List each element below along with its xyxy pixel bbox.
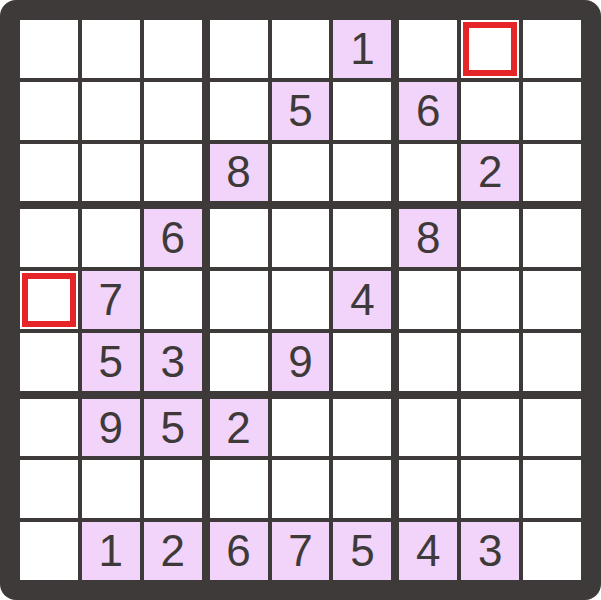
- cell-r5c3[interactable]: [144, 271, 202, 329]
- cell-r6c6[interactable]: [333, 333, 391, 391]
- cell-r8c6[interactable]: [333, 460, 391, 518]
- cell-r9c8[interactable]: 3: [461, 522, 519, 580]
- digit: 5: [350, 529, 374, 573]
- cell-r7c2[interactable]: 9: [82, 399, 140, 457]
- cell-r6c8[interactable]: [461, 333, 519, 391]
- cell-r5c7[interactable]: [399, 271, 457, 329]
- digit: 6: [416, 89, 440, 133]
- cell-r8c7[interactable]: [399, 460, 457, 518]
- cell-r8c5[interactable]: [272, 460, 330, 518]
- digit: 9: [99, 406, 123, 450]
- cell-r4c1[interactable]: [20, 209, 78, 267]
- cell-r1c8[interactable]: [461, 20, 519, 78]
- cell-r7c8[interactable]: [461, 399, 519, 457]
- digit: 6: [160, 216, 184, 260]
- cell-r2c9[interactable]: [523, 82, 581, 140]
- cell-r9c7[interactable]: 4: [399, 522, 457, 580]
- cell-r4c9[interactable]: [523, 209, 581, 267]
- cell-r2c1[interactable]: [20, 82, 78, 140]
- cell-r6c7[interactable]: [399, 333, 457, 391]
- cell-r9c5[interactable]: 7: [272, 522, 330, 580]
- digit: 5: [99, 340, 123, 384]
- cell-r8c3[interactable]: [144, 460, 202, 518]
- digit: 9: [288, 340, 312, 384]
- cell-r3c9[interactable]: [523, 144, 581, 202]
- cell-r9c2[interactable]: 1: [82, 522, 140, 580]
- digit: 3: [478, 529, 502, 573]
- cell-r6c2[interactable]: 5: [82, 333, 140, 391]
- cell-r7c9[interactable]: [523, 399, 581, 457]
- cell-r3c7[interactable]: [399, 144, 457, 202]
- cell-r4c6[interactable]: [333, 209, 391, 267]
- cell-r6c9[interactable]: [523, 333, 581, 391]
- digit: 3: [160, 340, 184, 384]
- cell-r1c4[interactable]: [210, 20, 268, 78]
- cell-r9c3[interactable]: 2: [144, 522, 202, 580]
- cell-r3c4[interactable]: 8: [210, 144, 268, 202]
- cell-r3c8[interactable]: 2: [461, 144, 519, 202]
- cell-r7c6[interactable]: [333, 399, 391, 457]
- cell-r6c3[interactable]: 3: [144, 333, 202, 391]
- digit: 1: [99, 529, 123, 573]
- cell-r5c4[interactable]: [210, 271, 268, 329]
- cell-r4c8[interactable]: [461, 209, 519, 267]
- cell-r3c1[interactable]: [20, 144, 78, 202]
- digit: 1: [350, 27, 374, 71]
- cell-r1c7[interactable]: [399, 20, 457, 78]
- cell-r1c2[interactable]: [82, 20, 140, 78]
- cell-r5c8[interactable]: [461, 271, 519, 329]
- red-outline: [22, 273, 76, 327]
- cell-r4c2[interactable]: [82, 209, 140, 267]
- cell-r7c3[interactable]: 5: [144, 399, 202, 457]
- cell-r4c3[interactable]: 6: [144, 209, 202, 267]
- digit: 4: [416, 529, 440, 573]
- digit: 4: [350, 278, 374, 322]
- cell-r7c1[interactable]: [20, 399, 78, 457]
- digit: 2: [478, 150, 502, 194]
- cell-r8c9[interactable]: [523, 460, 581, 518]
- cell-r6c5[interactable]: 9: [272, 333, 330, 391]
- cell-r1c1[interactable]: [20, 20, 78, 78]
- sudoku-grid: 1568268745399521267543: [20, 20, 581, 580]
- digit: 8: [416, 216, 440, 260]
- cell-r2c8[interactable]: [461, 82, 519, 140]
- sudoku-board: 1568268745399521267543: [0, 0, 601, 600]
- digit: 7: [288, 529, 312, 573]
- digit: 5: [160, 406, 184, 450]
- cell-r7c7[interactable]: [399, 399, 457, 457]
- cell-r1c5[interactable]: [272, 20, 330, 78]
- red-outline: [463, 22, 517, 76]
- cell-r5c6[interactable]: 4: [333, 271, 391, 329]
- digit: 7: [99, 278, 123, 322]
- cell-r9c4[interactable]: 6: [210, 522, 268, 580]
- cell-r2c5[interactable]: 5: [272, 82, 330, 140]
- cell-r9c1[interactable]: [20, 522, 78, 580]
- cell-r2c2[interactable]: [82, 82, 140, 140]
- cell-r8c4[interactable]: [210, 460, 268, 518]
- cell-r3c5[interactable]: [272, 144, 330, 202]
- digit: 5: [288, 89, 312, 133]
- cell-r9c6[interactable]: 5: [333, 522, 391, 580]
- digit: 6: [226, 529, 250, 573]
- cell-r3c2[interactable]: [82, 144, 140, 202]
- cell-r6c1[interactable]: [20, 333, 78, 391]
- cell-r8c8[interactable]: [461, 460, 519, 518]
- cell-r5c5[interactable]: [272, 271, 330, 329]
- cell-r4c4[interactable]: [210, 209, 268, 267]
- cell-r1c9[interactable]: [523, 20, 581, 78]
- cell-r8c2[interactable]: [82, 460, 140, 518]
- cell-r7c5[interactable]: [272, 399, 330, 457]
- cell-r5c2[interactable]: 7: [82, 271, 140, 329]
- cell-r2c6[interactable]: [333, 82, 391, 140]
- digit: 2: [160, 529, 184, 573]
- cell-r7c4[interactable]: 2: [210, 399, 268, 457]
- cell-r5c1[interactable]: [20, 271, 78, 329]
- cell-r9c9[interactable]: [523, 522, 581, 580]
- cell-r1c6[interactable]: 1: [333, 20, 391, 78]
- cell-r3c3[interactable]: [144, 144, 202, 202]
- cell-r4c7[interactable]: 8: [399, 209, 457, 267]
- cell-r6c4[interactable]: [210, 333, 268, 391]
- digit: 2: [226, 406, 250, 450]
- digit: 8: [226, 150, 250, 194]
- cell-r4c5[interactable]: [272, 209, 330, 267]
- cell-r2c4[interactable]: [210, 82, 268, 140]
- cell-r1c3[interactable]: [144, 20, 202, 78]
- cell-r8c1[interactable]: [20, 460, 78, 518]
- cell-r5c9[interactable]: [523, 271, 581, 329]
- cell-r2c3[interactable]: [144, 82, 202, 140]
- cell-r2c7[interactable]: 6: [399, 82, 457, 140]
- cell-r3c6[interactable]: [333, 144, 391, 202]
